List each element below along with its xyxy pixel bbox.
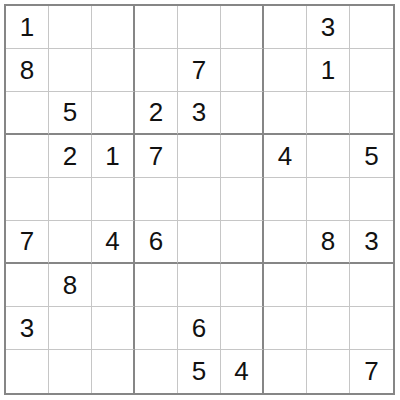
cell-r6c1[interactable]: 7 [6,221,49,264]
cell-r2c9[interactable] [350,49,393,92]
cell-r3c6[interactable] [221,92,264,135]
cell-r8c4[interactable] [135,307,178,350]
cell-r5c2[interactable] [49,178,92,221]
cell-r1c5[interactable] [178,6,221,49]
cell-r8c5[interactable]: 6 [178,307,221,350]
cell-r2c2[interactable] [49,49,92,92]
cell-r9c5[interactable]: 5 [178,350,221,393]
cell-r6c3[interactable]: 4 [92,221,135,264]
cell-r7c2[interactable]: 8 [49,264,92,307]
cell-r9c8[interactable] [307,350,350,393]
cell-r9c3[interactable] [92,350,135,393]
cell-r2c1[interactable]: 8 [6,49,49,92]
cell-r1c7[interactable] [264,6,307,49]
cell-r5c8[interactable] [307,178,350,221]
cell-r4c1[interactable] [6,135,49,178]
cell-r1c9[interactable] [350,6,393,49]
cell-r7c6[interactable] [221,264,264,307]
cell-r7c8[interactable] [307,264,350,307]
cell-r2c6[interactable] [221,49,264,92]
cell-r6c8[interactable]: 8 [307,221,350,264]
cell-r8c6[interactable] [221,307,264,350]
cell-r9c2[interactable] [49,350,92,393]
cell-r7c7[interactable] [264,264,307,307]
cell-r4c7[interactable]: 4 [264,135,307,178]
cell-r1c4[interactable] [135,6,178,49]
cell-r7c5[interactable] [178,264,221,307]
cell-r1c8[interactable]: 3 [307,6,350,49]
cell-r5c3[interactable] [92,178,135,221]
cell-r8c2[interactable] [49,307,92,350]
cell-r2c4[interactable] [135,49,178,92]
cell-r1c3[interactable] [92,6,135,49]
cell-r8c9[interactable] [350,307,393,350]
cell-r2c5[interactable]: 7 [178,49,221,92]
cell-r5c4[interactable] [135,178,178,221]
cell-r9c9[interactable]: 7 [350,350,393,393]
cell-r5c9[interactable] [350,178,393,221]
cell-r6c6[interactable] [221,221,264,264]
cell-r7c1[interactable] [6,264,49,307]
cell-r4c3[interactable]: 1 [92,135,135,178]
cell-r2c7[interactable] [264,49,307,92]
cell-r9c6[interactable]: 4 [221,350,264,393]
cell-r9c4[interactable] [135,350,178,393]
cell-r9c7[interactable] [264,350,307,393]
cell-r3c4[interactable]: 2 [135,92,178,135]
cell-r1c2[interactable] [49,6,92,49]
cell-r1c1[interactable]: 1 [6,6,49,49]
cell-r3c1[interactable] [6,92,49,135]
sudoku-board: 138715232174574683836547 [4,4,395,395]
cell-r3c7[interactable] [264,92,307,135]
cell-r6c5[interactable] [178,221,221,264]
cell-r9c1[interactable] [6,350,49,393]
cell-r7c9[interactable] [350,264,393,307]
cell-r3c3[interactable] [92,92,135,135]
cell-r7c4[interactable] [135,264,178,307]
cell-r4c6[interactable] [221,135,264,178]
cell-r6c4[interactable]: 6 [135,221,178,264]
cell-r3c8[interactable] [307,92,350,135]
cell-r3c5[interactable]: 3 [178,92,221,135]
cell-r6c7[interactable] [264,221,307,264]
cell-r6c9[interactable]: 3 [350,221,393,264]
cell-r7c3[interactable] [92,264,135,307]
cell-r5c7[interactable] [264,178,307,221]
cell-r8c8[interactable] [307,307,350,350]
cell-r8c3[interactable] [92,307,135,350]
cell-r3c2[interactable]: 5 [49,92,92,135]
cell-r1c6[interactable] [221,6,264,49]
cell-r2c8[interactable]: 1 [307,49,350,92]
cell-r4c5[interactable] [178,135,221,178]
cell-r8c7[interactable] [264,307,307,350]
cell-r4c2[interactable]: 2 [49,135,92,178]
cell-r4c4[interactable]: 7 [135,135,178,178]
cell-r5c6[interactable] [221,178,264,221]
cell-r4c9[interactable]: 5 [350,135,393,178]
cell-r6c2[interactable] [49,221,92,264]
cell-r4c8[interactable] [307,135,350,178]
cell-r5c1[interactable] [6,178,49,221]
cell-r5c5[interactable] [178,178,221,221]
cell-r3c9[interactable] [350,92,393,135]
cell-r2c3[interactable] [92,49,135,92]
cell-r8c1[interactable]: 3 [6,307,49,350]
sudoku-page: 138715232174574683836547 [0,0,400,400]
